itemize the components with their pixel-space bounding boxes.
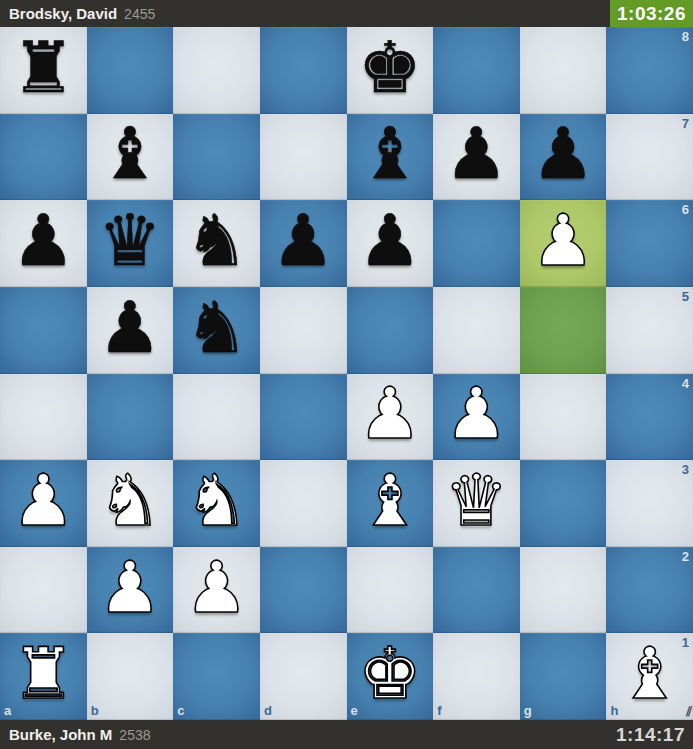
square-b1[interactable]: b — [87, 633, 174, 720]
black-pawn[interactable]: ♟ — [358, 205, 422, 276]
square-f6[interactable] — [433, 200, 520, 287]
square-g6[interactable]: ♟ — [520, 200, 607, 287]
square-d2[interactable] — [260, 547, 347, 634]
black-queen[interactable]: ♛ — [98, 205, 162, 276]
square-g3[interactable] — [520, 460, 607, 547]
white-pawn[interactable]: ♟ — [185, 552, 249, 623]
resize-handle-icon[interactable]: ⫽ — [676, 704, 692, 720]
square-h5[interactable]: 5 — [606, 287, 693, 374]
square-e7[interactable]: ♝ — [347, 114, 434, 201]
top-player-name[interactable]: Brodsky, David — [9, 5, 117, 22]
square-h3[interactable]: 3 — [606, 460, 693, 547]
black-knight[interactable]: ♞ — [185, 292, 249, 363]
square-a4[interactable] — [0, 374, 87, 461]
square-g7[interactable]: ♟ — [520, 114, 607, 201]
rank-label-3: 3 — [682, 463, 689, 476]
square-d4[interactable] — [260, 374, 347, 461]
square-f5[interactable] — [433, 287, 520, 374]
square-g4[interactable] — [520, 374, 607, 461]
square-c1[interactable]: c — [173, 633, 260, 720]
square-b6[interactable]: ♛ — [87, 200, 174, 287]
square-e1[interactable]: ♚e — [347, 633, 434, 720]
file-label-c: c — [177, 704, 184, 717]
square-f3[interactable]: ♛ — [433, 460, 520, 547]
rank-label-7: 7 — [682, 117, 689, 130]
file-label-d: d — [264, 704, 272, 717]
white-knight[interactable]: ♞ — [98, 465, 162, 536]
file-label-e: e — [351, 704, 358, 717]
square-b3[interactable]: ♞ — [87, 460, 174, 547]
square-d3[interactable] — [260, 460, 347, 547]
white-bishop[interactable]: ♝ — [358, 465, 422, 536]
white-pawn[interactable]: ♟ — [445, 378, 509, 449]
rank-label-2: 2 — [682, 550, 689, 563]
black-knight[interactable]: ♞ — [185, 205, 249, 276]
square-d1[interactable]: d — [260, 633, 347, 720]
square-f8[interactable] — [433, 27, 520, 114]
file-label-b: b — [91, 704, 99, 717]
square-d6[interactable]: ♟ — [260, 200, 347, 287]
black-king[interactable]: ♚ — [358, 32, 422, 103]
file-label-g: g — [524, 704, 532, 717]
bottom-player-bar: Burke, John M 2538 1:14:17 — [0, 720, 693, 749]
square-h8[interactable]: 8 — [606, 27, 693, 114]
square-h2[interactable]: 2 — [606, 547, 693, 634]
bottom-player-name[interactable]: Burke, John M — [9, 726, 112, 743]
white-pawn[interactable]: ♟ — [11, 465, 75, 536]
white-king[interactable]: ♚ — [358, 638, 422, 709]
black-pawn[interactable]: ♟ — [445, 118, 509, 189]
square-f1[interactable]: f — [433, 633, 520, 720]
square-c6[interactable]: ♞ — [173, 200, 260, 287]
white-pawn[interactable]: ♟ — [531, 205, 595, 276]
rank-label-1: 1 — [682, 636, 689, 649]
rank-label-6: 6 — [682, 203, 689, 216]
square-b5[interactable]: ♟ — [87, 287, 174, 374]
white-knight[interactable]: ♞ — [185, 465, 249, 536]
square-f7[interactable]: ♟ — [433, 114, 520, 201]
square-a6[interactable]: ♟ — [0, 200, 87, 287]
square-a8[interactable]: ♜ — [0, 27, 87, 114]
white-pawn[interactable]: ♟ — [358, 378, 422, 449]
square-g2[interactable] — [520, 547, 607, 634]
square-d7[interactable] — [260, 114, 347, 201]
square-e5[interactable] — [347, 287, 434, 374]
chess-board[interactable]: ♜♚8♝♝♟♟7♟♛♞♟♟♟6♟♞5♟♟4♟♞♞♝♛3♟♟2♜abcd♚efg♝… — [0, 27, 693, 720]
square-e3[interactable]: ♝ — [347, 460, 434, 547]
black-pawn[interactable]: ♟ — [271, 205, 335, 276]
bottom-player-clock: 1:14:17 — [608, 724, 693, 746]
square-c4[interactable] — [173, 374, 260, 461]
square-a5[interactable] — [0, 287, 87, 374]
black-rook[interactable]: ♜ — [11, 32, 75, 103]
square-h4[interactable]: 4 — [606, 374, 693, 461]
square-a7[interactable] — [0, 114, 87, 201]
square-c5[interactable]: ♞ — [173, 287, 260, 374]
square-h7[interactable]: 7 — [606, 114, 693, 201]
black-bishop[interactable]: ♝ — [98, 118, 162, 189]
square-a3[interactable]: ♟ — [0, 460, 87, 547]
black-pawn[interactable]: ♟ — [98, 292, 162, 363]
top-player-clock: 1:03:26 — [610, 0, 693, 27]
square-c2[interactable]: ♟ — [173, 547, 260, 634]
square-c7[interactable] — [173, 114, 260, 201]
square-f2[interactable] — [433, 547, 520, 634]
square-c3[interactable]: ♞ — [173, 460, 260, 547]
square-c8[interactable] — [173, 27, 260, 114]
rank-label-4: 4 — [682, 377, 689, 390]
square-g5[interactable] — [520, 287, 607, 374]
square-g1[interactable]: g — [520, 633, 607, 720]
file-label-f: f — [437, 704, 441, 717]
rank-label-8: 8 — [682, 30, 689, 43]
square-b8[interactable] — [87, 27, 174, 114]
bottom-player-rating: 2538 — [119, 727, 150, 743]
file-label-a: a — [4, 704, 11, 717]
square-a1[interactable]: ♜a — [0, 633, 87, 720]
square-b4[interactable] — [87, 374, 174, 461]
square-g8[interactable] — [520, 27, 607, 114]
square-b7[interactable]: ♝ — [87, 114, 174, 201]
square-h6[interactable]: 6 — [606, 200, 693, 287]
square-a2[interactable] — [0, 547, 87, 634]
black-bishop[interactable]: ♝ — [358, 118, 422, 189]
white-bishop[interactable]: ♝ — [618, 638, 682, 709]
white-queen[interactable]: ♛ — [445, 465, 509, 536]
top-player-bar: Brodsky, David 2455 1:03:26 — [0, 0, 693, 27]
square-e2[interactable] — [347, 547, 434, 634]
top-player-rating: 2455 — [124, 6, 155, 22]
square-b2[interactable]: ♟ — [87, 547, 174, 634]
square-d5[interactable] — [260, 287, 347, 374]
square-e4[interactable]: ♟ — [347, 374, 434, 461]
rank-label-5: 5 — [682, 290, 689, 303]
square-e8[interactable]: ♚ — [347, 27, 434, 114]
white-rook[interactable]: ♜ — [11, 638, 75, 709]
square-d8[interactable] — [260, 27, 347, 114]
square-f4[interactable]: ♟ — [433, 374, 520, 461]
white-pawn[interactable]: ♟ — [98, 552, 162, 623]
black-pawn[interactable]: ♟ — [531, 118, 595, 189]
square-e6[interactable]: ♟ — [347, 200, 434, 287]
black-pawn[interactable]: ♟ — [11, 205, 75, 276]
